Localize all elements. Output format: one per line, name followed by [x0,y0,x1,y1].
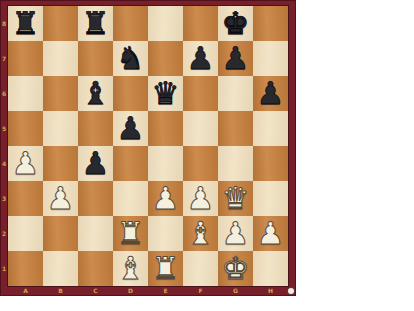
square-b1[interactable] [43,251,78,286]
square-a4[interactable]: ♟ [8,146,43,181]
piece-black-pawn-c4[interactable]: ♟ [78,146,113,181]
square-c6[interactable]: ♝ [78,76,113,111]
piece-white-rook-d2[interactable]: ♜ [113,216,148,251]
piece-white-pawn-g2[interactable]: ♟ [218,216,253,251]
piece-black-pawn-g7[interactable]: ♟ [218,41,253,76]
square-b3[interactable]: ♟ [43,181,78,216]
square-f8[interactable] [183,6,218,41]
piece-black-queen-e6[interactable]: ♛ [148,76,183,111]
piece-white-pawn-a4[interactable]: ♟ [8,146,43,181]
piece-white-pawn-e3[interactable]: ♟ [148,181,183,216]
square-a1[interactable] [8,251,43,286]
square-a2[interactable] [8,216,43,251]
square-b5[interactable] [43,111,78,146]
square-f6[interactable] [183,76,218,111]
square-h8[interactable] [253,6,288,41]
rank-label-6: 6 [0,76,8,111]
square-c4[interactable]: ♟ [78,146,113,181]
square-g6[interactable] [218,76,253,111]
square-d2[interactable]: ♜ [113,216,148,251]
rank-label-3: 3 [0,181,8,216]
rank-label-2: 2 [0,216,8,251]
file-label-a: A [8,286,43,296]
square-f2[interactable]: ♝ [183,216,218,251]
square-g5[interactable] [218,111,253,146]
piece-black-pawn-f7[interactable]: ♟ [183,41,218,76]
rank-label-8: 8 [0,6,8,41]
square-h2[interactable]: ♟ [253,216,288,251]
piece-black-pawn-h6[interactable]: ♟ [253,76,288,111]
piece-black-rook-c8[interactable]: ♜ [78,6,113,41]
square-a5[interactable] [8,111,43,146]
page-background: ♜♜♚♞♟♟♝♛♟♟♟♟♟♟♟♛♜♝♟♟♝♜♚ 87654321 ABCDEFG… [0,0,414,311]
file-label-b: B [43,286,78,296]
square-h4[interactable] [253,146,288,181]
board-grid: ♜♜♚♞♟♟♝♛♟♟♟♟♟♟♟♛♜♝♟♟♝♜♚ [8,6,288,286]
square-b8[interactable] [43,6,78,41]
square-g1[interactable]: ♚ [218,251,253,286]
square-d3[interactable] [113,181,148,216]
square-b6[interactable] [43,76,78,111]
square-c8[interactable]: ♜ [78,6,113,41]
square-d5[interactable]: ♟ [113,111,148,146]
square-e2[interactable] [148,216,183,251]
piece-white-rook-e1[interactable]: ♜ [148,251,183,286]
square-b4[interactable] [43,146,78,181]
file-label-f: F [183,286,218,296]
piece-black-rook-a8[interactable]: ♜ [8,6,43,41]
file-label-g: G [218,286,253,296]
square-f5[interactable] [183,111,218,146]
square-b2[interactable] [43,216,78,251]
square-f7[interactable]: ♟ [183,41,218,76]
rank-label-5: 5 [0,111,8,146]
rank-label-4: 4 [0,146,8,181]
piece-white-king-g1[interactable]: ♚ [218,251,253,286]
square-a7[interactable] [8,41,43,76]
square-a8[interactable]: ♜ [8,6,43,41]
square-c3[interactable] [78,181,113,216]
rank-label-7: 7 [0,41,8,76]
file-label-d: D [113,286,148,296]
piece-white-queen-g3[interactable]: ♛ [218,181,253,216]
square-c1[interactable] [78,251,113,286]
square-h5[interactable] [253,111,288,146]
piece-white-pawn-f3[interactable]: ♟ [183,181,218,216]
white-to-move-indicator-dot [288,288,294,294]
piece-black-bishop-c6[interactable]: ♝ [78,76,113,111]
square-e1[interactable]: ♜ [148,251,183,286]
square-d1[interactable]: ♝ [113,251,148,286]
square-h7[interactable] [253,41,288,76]
square-f3[interactable]: ♟ [183,181,218,216]
square-b7[interactable] [43,41,78,76]
square-c5[interactable] [78,111,113,146]
square-a3[interactable] [8,181,43,216]
square-h1[interactable] [253,251,288,286]
square-f1[interactable] [183,251,218,286]
file-label-e: E [148,286,183,296]
square-d8[interactable] [113,6,148,41]
rank-label-1: 1 [0,251,8,286]
piece-white-pawn-b3[interactable]: ♟ [43,181,78,216]
square-g7[interactable]: ♟ [218,41,253,76]
square-g4[interactable] [218,146,253,181]
file-label-h: H [253,286,288,296]
piece-black-pawn-d5[interactable]: ♟ [113,111,148,146]
square-h3[interactable] [253,181,288,216]
square-c7[interactable] [78,41,113,76]
square-e7[interactable] [148,41,183,76]
square-g2[interactable]: ♟ [218,216,253,251]
piece-black-knight-d7[interactable]: ♞ [113,41,148,76]
square-e3[interactable]: ♟ [148,181,183,216]
square-d6[interactable] [113,76,148,111]
square-d4[interactable] [113,146,148,181]
square-e4[interactable] [148,146,183,181]
piece-black-king-g8[interactable]: ♚ [218,6,253,41]
square-a6[interactable] [8,76,43,111]
piece-white-bishop-f2[interactable]: ♝ [183,216,218,251]
square-e5[interactable] [148,111,183,146]
piece-white-pawn-h2[interactable]: ♟ [253,216,288,251]
square-f4[interactable] [183,146,218,181]
square-g8[interactable]: ♚ [218,6,253,41]
square-e8[interactable] [148,6,183,41]
square-c2[interactable] [78,216,113,251]
piece-white-bishop-d1[interactable]: ♝ [113,251,148,286]
square-g3[interactable]: ♛ [218,181,253,216]
square-d7[interactable]: ♞ [113,41,148,76]
chess-board: ♜♜♚♞♟♟♝♛♟♟♟♟♟♟♟♛♜♝♟♟♝♜♚ 87654321 ABCDEFG… [0,0,296,296]
square-e6[interactable]: ♛ [148,76,183,111]
file-label-c: C [78,286,113,296]
square-h6[interactable]: ♟ [253,76,288,111]
